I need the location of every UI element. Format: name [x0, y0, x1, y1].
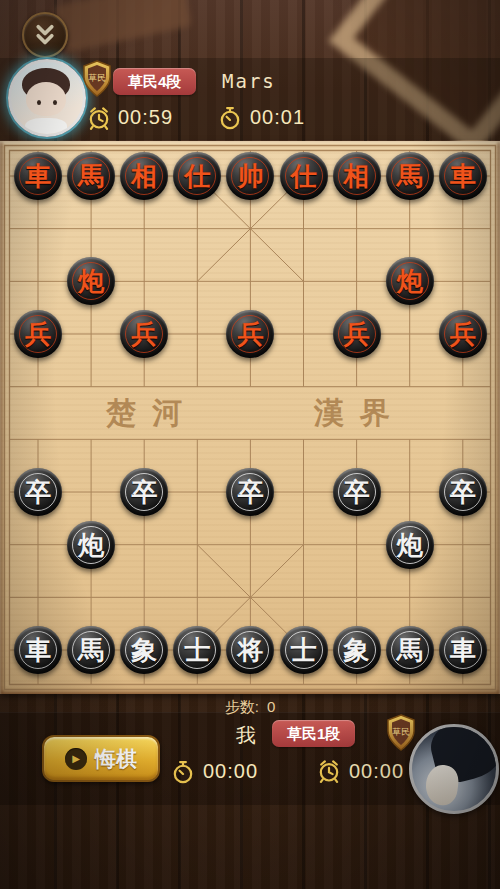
stopwatch-icon: [217, 105, 243, 131]
piece-A-r0c5[interactable]: 仕: [280, 152, 328, 200]
top-player-name: Mars: [222, 70, 276, 92]
undo-move-button[interactable]: ▶ 悔棋: [42, 735, 160, 782]
piece-a-r9c3[interactable]: 士: [173, 626, 221, 674]
avatar-shirt: [25, 118, 67, 137]
piece-glyph: 相: [344, 163, 370, 189]
piece-glyph: 相: [131, 163, 157, 189]
piece-glyph: 兵: [25, 321, 51, 347]
piece-glyph: 兵: [237, 321, 263, 347]
move-counter: 步数:0: [0, 698, 500, 717]
piece-R-r0c0[interactable]: 車: [14, 152, 62, 200]
piece-glyph: 象: [131, 637, 157, 663]
piece-glyph: 車: [25, 163, 51, 189]
bottom-player-shield-badge: 草民: [386, 714, 416, 752]
piece-c-r7c1[interactable]: 炮: [67, 521, 115, 569]
avatar-eye: [53, 100, 57, 105]
bottom-player-label: 我: [236, 722, 256, 749]
play-icon: ▶: [65, 748, 87, 770]
piece-b-r9c6[interactable]: 象: [333, 626, 381, 674]
piece-B-r0c6[interactable]: 相: [333, 152, 381, 200]
piece-glyph: 車: [450, 163, 476, 189]
background-prop-frame: [328, 0, 500, 156]
piece-glyph: 象: [344, 637, 370, 663]
piece-N-r0c1[interactable]: 馬: [67, 152, 115, 200]
piece-glyph: 馬: [78, 637, 104, 663]
piece-P-r3c6[interactable]: 兵: [333, 310, 381, 358]
piece-p-r6c6[interactable]: 卒: [333, 468, 381, 516]
bottom-player-main-time: 00:00: [349, 760, 404, 783]
avatar-eye: [37, 100, 41, 105]
piece-glyph: 馬: [397, 637, 423, 663]
piece-glyph: 卒: [25, 479, 51, 505]
piece-P-r3c0[interactable]: 兵: [14, 310, 62, 358]
move-counter-label: 步数:: [225, 698, 259, 715]
bottom-player-avatar[interactable]: [409, 724, 499, 814]
piece-r-r9c0[interactable]: 車: [14, 626, 62, 674]
bottom-player-move-time: 00:00: [203, 760, 258, 783]
piece-P-r3c2[interactable]: 兵: [120, 310, 168, 358]
piece-A-r0c3[interactable]: 仕: [173, 152, 221, 200]
piece-glyph: 車: [25, 637, 51, 663]
avatar-face: [26, 82, 66, 116]
piece-B-r0c2[interactable]: 相: [120, 152, 168, 200]
piece-glyph: 士: [291, 637, 317, 663]
piece-glyph: 帅: [237, 163, 263, 189]
piece-glyph: 炮: [78, 268, 104, 294]
piece-glyph: 馬: [397, 163, 423, 189]
alarm-clock-icon: [86, 105, 112, 131]
top-player-avatar[interactable]: [8, 59, 86, 137]
river-label-right: 漢界: [292, 393, 412, 434]
stopwatch-icon: [170, 759, 196, 785]
piece-p-r6c8[interactable]: 卒: [439, 468, 487, 516]
piece-glyph: 士: [184, 637, 210, 663]
shield-label: 草民: [392, 727, 410, 737]
piece-glyph: 卒: [237, 479, 263, 505]
collapse-button[interactable]: [22, 12, 68, 58]
board-grid-svg: [0, 141, 500, 694]
piece-glyph: 車: [450, 637, 476, 663]
piece-r-r9c8[interactable]: 車: [439, 626, 487, 674]
piece-glyph: 兵: [344, 321, 370, 347]
piece-a-r9c5[interactable]: 士: [280, 626, 328, 674]
undo-button-label: 悔棋: [95, 745, 137, 773]
piece-n-r9c1[interactable]: 馬: [67, 626, 115, 674]
bottom-player-rank-badge: 草民1段: [272, 720, 355, 747]
shield-label: 草民: [88, 73, 106, 83]
top-player-shield-badge: 草民: [82, 60, 112, 98]
piece-glyph: 仕: [184, 163, 210, 189]
piece-N-r0c7[interactable]: 馬: [386, 152, 434, 200]
piece-n-r9c7[interactable]: 馬: [386, 626, 434, 674]
river-label-left: 楚河: [84, 393, 204, 434]
piece-glyph: 将: [237, 637, 263, 663]
top-player-main-time: 00:59: [118, 106, 173, 129]
piece-glyph: 卒: [450, 479, 476, 505]
background-prop-books: [54, 0, 191, 53]
piece-glyph: 卒: [131, 479, 157, 505]
piece-b-r9c2[interactable]: 象: [120, 626, 168, 674]
piece-R-r0c8[interactable]: 車: [439, 152, 487, 200]
piece-c-r7c7[interactable]: 炮: [386, 521, 434, 569]
piece-p-r6c0[interactable]: 卒: [14, 468, 62, 516]
piece-p-r6c2[interactable]: 卒: [120, 468, 168, 516]
piece-glyph: 仕: [291, 163, 317, 189]
game-screen: 草民 草民4段 Mars 00:59 00:01 楚河 漢界 車馬相仕帅仕相馬車…: [0, 0, 500, 889]
move-counter-value: 0: [267, 698, 275, 715]
double-chevron-down-icon: [30, 20, 60, 50]
piece-glyph: 兵: [450, 321, 476, 347]
piece-P-r3c8[interactable]: 兵: [439, 310, 487, 358]
piece-glyph: 馬: [78, 163, 104, 189]
alarm-clock-icon: [316, 758, 342, 784]
xiangqi-board[interactable]: 楚河 漢界 車馬相仕帅仕相馬車炮炮兵兵兵兵兵卒卒卒卒卒炮炮車馬象士将士象馬車: [0, 141, 500, 694]
top-player-move-time: 00:01: [250, 106, 305, 129]
piece-C-r2c7[interactable]: 炮: [386, 257, 434, 305]
top-player-rank-badge: 草民4段: [113, 68, 196, 95]
piece-glyph: 炮: [397, 268, 423, 294]
piece-glyph: 卒: [344, 479, 370, 505]
avatar-face: [424, 763, 461, 807]
piece-glyph: 炮: [397, 532, 423, 558]
piece-glyph: 兵: [131, 321, 157, 347]
piece-glyph: 炮: [78, 532, 104, 558]
